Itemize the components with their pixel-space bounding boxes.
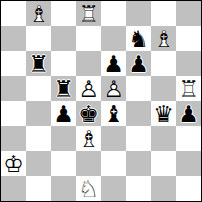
white-piece-outline: ♗ — [151, 26, 176, 51]
square-h8[interactable] — [176, 1, 201, 26]
square-c6[interactable] — [51, 51, 76, 76]
white-piece-outline: ♙ — [101, 76, 126, 101]
square-a6[interactable] — [1, 51, 26, 76]
square-d2[interactable] — [76, 151, 101, 176]
square-f2[interactable] — [126, 151, 151, 176]
square-e6[interactable]: ♟ — [101, 51, 126, 76]
square-a3[interactable] — [1, 126, 26, 151]
square-e2[interactable] — [101, 151, 126, 176]
square-c2[interactable] — [51, 151, 76, 176]
square-e3[interactable] — [101, 126, 126, 151]
square-a4[interactable] — [1, 101, 26, 126]
square-a8[interactable] — [1, 1, 26, 26]
square-h4[interactable]: ♟ — [176, 101, 201, 126]
piece-black-king-d4[interactable]: ♚ — [76, 101, 101, 126]
square-g2[interactable] — [151, 151, 176, 176]
piece-black-queen-g4[interactable]: ♛ — [151, 101, 176, 126]
square-h1[interactable] — [176, 176, 201, 201]
square-d5[interactable]: ♟♙ — [76, 76, 101, 101]
square-g1[interactable] — [151, 176, 176, 201]
piece-white-bishop-b8[interactable]: ♝♗ — [26, 1, 51, 26]
square-h7[interactable] — [176, 26, 201, 51]
square-d8[interactable]: ♜♖ — [76, 1, 101, 26]
square-g7[interactable]: ♝♗ — [151, 26, 176, 51]
piece-black-pawn-c4[interactable]: ♟ — [51, 101, 76, 126]
square-f8[interactable] — [126, 1, 151, 26]
square-c1[interactable] — [51, 176, 76, 201]
square-f3[interactable] — [126, 126, 151, 151]
square-d1[interactable]: ♞♘ — [76, 176, 101, 201]
square-g3[interactable] — [151, 126, 176, 151]
square-h6[interactable] — [176, 51, 201, 76]
piece-black-pawn-e6[interactable]: ♟ — [101, 51, 126, 76]
piece-black-pawn-h4[interactable]: ♟ — [176, 101, 201, 126]
piece-white-pawn-e5[interactable]: ♟♙ — [101, 76, 126, 101]
piece-black-pawn-f6[interactable]: ♟ — [126, 51, 151, 76]
square-g5[interactable] — [151, 76, 176, 101]
white-piece-outline: ♖ — [176, 76, 201, 101]
square-b7[interactable] — [26, 26, 51, 51]
piece-white-rook-h5[interactable]: ♜♖ — [176, 76, 201, 101]
square-b4[interactable] — [26, 101, 51, 126]
chessboard-frame: ♝♗♜♖♞♝♗♜♟♟♜♟♙♟♙♜♖♟♚♝♛♟♝♗♚♔♞♘ — [0, 0, 202, 202]
white-piece-outline: ♔ — [1, 151, 26, 176]
square-c3[interactable] — [51, 126, 76, 151]
square-b2[interactable] — [26, 151, 51, 176]
piece-white-pawn-d5[interactable]: ♟♙ — [76, 76, 101, 101]
square-h2[interactable] — [176, 151, 201, 176]
white-piece-outline: ♖ — [76, 1, 101, 26]
square-a1[interactable] — [1, 176, 26, 201]
piece-black-knight-f7[interactable]: ♞ — [126, 26, 151, 51]
white-piece-outline: ♗ — [76, 126, 101, 151]
square-b3[interactable] — [26, 126, 51, 151]
piece-white-knight-d1[interactable]: ♞♘ — [76, 176, 101, 201]
square-f5[interactable] — [126, 76, 151, 101]
square-c5[interactable]: ♜ — [51, 76, 76, 101]
square-g6[interactable] — [151, 51, 176, 76]
square-f1[interactable] — [126, 176, 151, 201]
white-piece-outline: ♙ — [76, 76, 101, 101]
piece-white-bishop-d3[interactable]: ♝♗ — [76, 126, 101, 151]
square-h5[interactable]: ♜♖ — [176, 76, 201, 101]
square-e8[interactable] — [101, 1, 126, 26]
square-e5[interactable]: ♟♙ — [101, 76, 126, 101]
square-d6[interactable] — [76, 51, 101, 76]
square-e4[interactable]: ♝ — [101, 101, 126, 126]
piece-white-king-a2[interactable]: ♚♔ — [1, 151, 26, 176]
piece-black-rook-b6[interactable]: ♜ — [26, 51, 51, 76]
square-d3[interactable]: ♝♗ — [76, 126, 101, 151]
piece-black-rook-c5[interactable]: ♜ — [51, 76, 76, 101]
piece-white-rook-d8[interactable]: ♜♖ — [76, 1, 101, 26]
square-c8[interactable] — [51, 1, 76, 26]
square-c7[interactable] — [51, 26, 76, 51]
square-b6[interactable]: ♜ — [26, 51, 51, 76]
square-f6[interactable]: ♟ — [126, 51, 151, 76]
square-b8[interactable]: ♝♗ — [26, 1, 51, 26]
square-a5[interactable] — [1, 76, 26, 101]
square-g4[interactable]: ♛ — [151, 101, 176, 126]
white-piece-outline: ♗ — [26, 1, 51, 26]
square-a7[interactable] — [1, 26, 26, 51]
square-e1[interactable] — [101, 176, 126, 201]
piece-white-bishop-g7[interactable]: ♝♗ — [151, 26, 176, 51]
square-b5[interactable] — [26, 76, 51, 101]
chessboard: ♝♗♜♖♞♝♗♜♟♟♜♟♙♟♙♜♖♟♚♝♛♟♝♗♚♔♞♘ — [1, 1, 201, 201]
square-f4[interactable] — [126, 101, 151, 126]
square-c4[interactable]: ♟ — [51, 101, 76, 126]
square-d4[interactable]: ♚ — [76, 101, 101, 126]
square-f7[interactable]: ♞ — [126, 26, 151, 51]
square-g8[interactable] — [151, 1, 176, 26]
square-h3[interactable] — [176, 126, 201, 151]
square-a2[interactable]: ♚♔ — [1, 151, 26, 176]
white-piece-outline: ♘ — [76, 176, 101, 201]
square-e7[interactable] — [101, 26, 126, 51]
piece-black-bishop-e4[interactable]: ♝ — [101, 101, 126, 126]
square-d7[interactable] — [76, 26, 101, 51]
square-b1[interactable] — [26, 176, 51, 201]
